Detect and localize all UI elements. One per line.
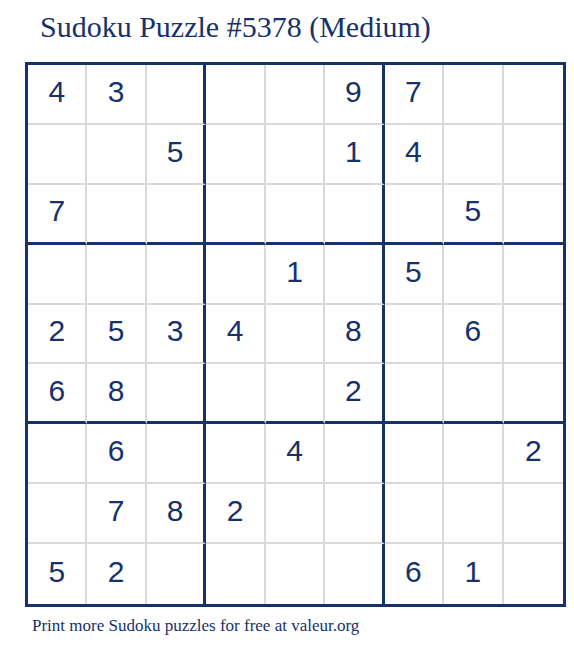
sudoku-cell-r6c8	[444, 364, 503, 424]
sudoku-cell-r9c8: 1	[444, 544, 503, 604]
sudoku-cell-r4c8	[444, 245, 503, 305]
sudoku-cell-r6c3	[147, 364, 206, 424]
sudoku-cell-r3c2	[87, 185, 146, 245]
sudoku-cell-r5c7	[385, 305, 444, 365]
sudoku-cell-r3c4	[206, 185, 265, 245]
sudoku-cell-r2c8	[444, 125, 503, 185]
sudoku-cell-r9c9	[504, 544, 563, 604]
sudoku-cell-r2c5	[266, 125, 325, 185]
sudoku-cell-r3c9	[504, 185, 563, 245]
sudoku-cell-r3c1: 7	[28, 185, 87, 245]
sudoku-board: 439751475152534866826427825261	[25, 62, 566, 607]
sudoku-cell-r7c5: 4	[266, 424, 325, 484]
sudoku-cell-r6c6: 2	[325, 364, 384, 424]
sudoku-cell-r6c9	[504, 364, 563, 424]
sudoku-cell-r4c3	[147, 245, 206, 305]
sudoku-cell-r8c3: 8	[147, 484, 206, 544]
sudoku-cell-r1c4	[206, 65, 265, 125]
sudoku-cell-r6c5	[266, 364, 325, 424]
sudoku-cell-r8c6	[325, 484, 384, 544]
sudoku-cell-r6c7	[385, 364, 444, 424]
sudoku-cell-r6c4	[206, 364, 265, 424]
sudoku-cell-r4c7: 5	[385, 245, 444, 305]
sudoku-cell-r1c2: 3	[87, 65, 146, 125]
sudoku-cell-r8c9	[504, 484, 563, 544]
sudoku-cell-r4c1	[28, 245, 87, 305]
sudoku-cell-r5c9	[504, 305, 563, 365]
sudoku-cell-r9c4	[206, 544, 265, 604]
sudoku-cell-r1c1: 4	[28, 65, 87, 125]
sudoku-cell-r5c3: 3	[147, 305, 206, 365]
sudoku-cell-r2c7: 4	[385, 125, 444, 185]
sudoku-cell-r2c2	[87, 125, 146, 185]
sudoku-page: Sudoku Puzzle #5378 (Medium) 43975147515…	[0, 0, 574, 651]
sudoku-cell-r6c1: 6	[28, 364, 87, 424]
sudoku-cell-r7c2: 6	[87, 424, 146, 484]
sudoku-cell-r4c6	[325, 245, 384, 305]
sudoku-cell-r5c6: 8	[325, 305, 384, 365]
sudoku-cell-r8c5	[266, 484, 325, 544]
sudoku-cell-r7c8	[444, 424, 503, 484]
sudoku-cell-r4c4	[206, 245, 265, 305]
sudoku-cell-r5c5	[266, 305, 325, 365]
sudoku-cell-r1c6: 9	[325, 65, 384, 125]
sudoku-cell-r9c6	[325, 544, 384, 604]
sudoku-cell-r7c4	[206, 424, 265, 484]
sudoku-cell-r7c7	[385, 424, 444, 484]
sudoku-cell-r2c6: 1	[325, 125, 384, 185]
sudoku-cell-r3c8: 5	[444, 185, 503, 245]
sudoku-cell-r1c3	[147, 65, 206, 125]
sudoku-cell-r2c9	[504, 125, 563, 185]
sudoku-cell-r3c6	[325, 185, 384, 245]
sudoku-cell-r9c2: 2	[87, 544, 146, 604]
sudoku-cell-r3c5	[266, 185, 325, 245]
sudoku-cell-r7c9: 2	[504, 424, 563, 484]
sudoku-cell-r1c5	[266, 65, 325, 125]
sudoku-cell-r4c2	[87, 245, 146, 305]
sudoku-cell-r2c3: 5	[147, 125, 206, 185]
sudoku-cell-r5c4: 4	[206, 305, 265, 365]
sudoku-cell-r9c5	[266, 544, 325, 604]
sudoku-cell-r9c3	[147, 544, 206, 604]
sudoku-cell-r3c3	[147, 185, 206, 245]
sudoku-cell-r6c2: 8	[87, 364, 146, 424]
sudoku-cell-r8c8	[444, 484, 503, 544]
sudoku-cell-r7c3	[147, 424, 206, 484]
sudoku-cell-r1c8	[444, 65, 503, 125]
sudoku-cell-r2c1	[28, 125, 87, 185]
sudoku-cell-r8c2: 7	[87, 484, 146, 544]
sudoku-cell-r2c4	[206, 125, 265, 185]
sudoku-cell-r9c1: 5	[28, 544, 87, 604]
sudoku-cell-r4c9	[504, 245, 563, 305]
sudoku-cell-r7c6	[325, 424, 384, 484]
footer-text: Print more Sudoku puzzles for free at va…	[32, 616, 359, 636]
sudoku-cell-r9c7: 6	[385, 544, 444, 604]
sudoku-cell-r1c7: 7	[385, 65, 444, 125]
sudoku-cell-r8c7	[385, 484, 444, 544]
sudoku-cell-r1c9	[504, 65, 563, 125]
sudoku-cell-r8c1	[28, 484, 87, 544]
sudoku-cell-r7c1	[28, 424, 87, 484]
sudoku-cell-r4c5: 1	[266, 245, 325, 305]
sudoku-cell-r5c1: 2	[28, 305, 87, 365]
sudoku-cell-r5c8: 6	[444, 305, 503, 365]
sudoku-cell-r5c2: 5	[87, 305, 146, 365]
page-title: Sudoku Puzzle #5378 (Medium)	[40, 10, 431, 44]
sudoku-cell-r8c4: 2	[206, 484, 265, 544]
sudoku-cell-r3c7	[385, 185, 444, 245]
